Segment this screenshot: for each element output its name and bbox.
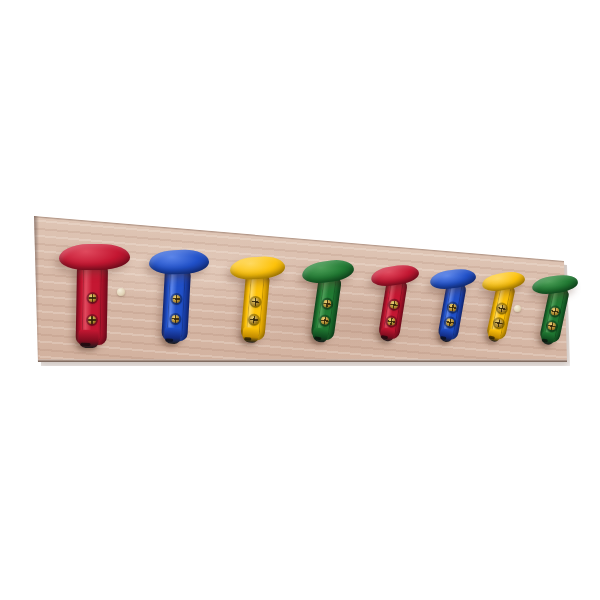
screw-icon: [389, 300, 398, 309]
hook-stem: [240, 273, 270, 341]
coat-hook-7-yellow: [482, 273, 525, 340]
coat-hook-3-yellow: [230, 257, 285, 340]
screw-icon: [386, 317, 395, 326]
hook-knob: [229, 255, 285, 281]
coat-hook-8-green: [532, 276, 578, 343]
hook-knob: [370, 263, 420, 288]
scene: [0, 0, 600, 600]
coat-hook-4-green: [302, 261, 354, 340]
hook-knob: [531, 273, 579, 296]
hook-tip: [242, 327, 259, 343]
screw-icon: [497, 304, 506, 313]
screw-icon: [547, 321, 556, 330]
hook-stem: [437, 281, 467, 341]
hook-stem: [378, 278, 408, 340]
coat-hook-2-blue: [149, 250, 209, 341]
screw-icon: [322, 299, 331, 308]
screw-icon: [172, 295, 180, 303]
rail-left-edge: [33, 214, 39, 363]
hook-stem: [76, 265, 108, 346]
hook-knob: [481, 270, 526, 294]
screw-icon: [171, 315, 179, 323]
hook-stem: [161, 268, 191, 341]
coat-hook-6-blue: [430, 270, 476, 340]
screw-icon: [448, 303, 457, 312]
hook-stem: [486, 283, 516, 341]
hook-knob: [301, 257, 355, 285]
hook-stem: [310, 275, 342, 341]
hook-knob: [149, 249, 210, 275]
hook-tip: [164, 328, 181, 345]
screw-icon: [445, 318, 454, 327]
hook-knob: [59, 243, 130, 270]
screw-icon: [494, 318, 503, 327]
screw-icon: [550, 307, 559, 316]
screw-icon: [88, 294, 96, 302]
coat-hook-1-red: [59, 244, 130, 345]
screw-icon: [250, 315, 259, 324]
hook-tip: [79, 330, 99, 348]
screw-icon: [251, 298, 260, 307]
screw-icon: [87, 316, 95, 324]
coat-hook-5-red: [371, 266, 419, 339]
screw-icon: [320, 316, 329, 325]
hook-stem: [539, 286, 570, 344]
hook-knob: [429, 267, 477, 291]
